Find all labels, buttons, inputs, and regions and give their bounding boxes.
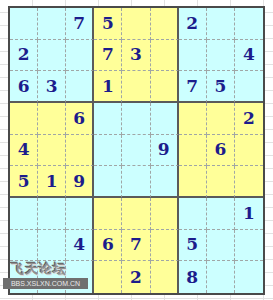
sudoku-cell-r3c7[interactable]: 7 [179, 71, 207, 103]
sudoku-cell-r5c2[interactable] [38, 135, 66, 167]
sudoku-cell-r7c1[interactable] [10, 198, 38, 230]
sudoku-cell-r3c8[interactable]: 5 [207, 71, 235, 103]
sudoku-cell-r2c1[interactable]: 2 [10, 40, 38, 72]
sudoku-cell-r4c4[interactable] [94, 103, 122, 135]
sudoku-cell-r7c8[interactable] [207, 198, 235, 230]
sudoku-cell-r4c5[interactable] [122, 103, 150, 135]
sudoku-cell-r7c4[interactable] [94, 198, 122, 230]
sudoku-cell-r2c4[interactable]: 7 [94, 40, 122, 72]
sudoku-cell-r8c3[interactable]: 4 [66, 230, 94, 262]
sudoku-cell-r6c7[interactable] [179, 166, 207, 198]
sudoku-cell-r3c5[interactable] [122, 71, 150, 103]
watermark-url: BBS.XSLXN.COM.CN [3, 278, 88, 289]
sudoku-cell-r2c2[interactable] [38, 40, 66, 72]
sudoku-cell-r5c4[interactable] [94, 135, 122, 167]
sudoku-cell-r7c5[interactable] [122, 198, 150, 230]
sudoku-cell-r1c3[interactable]: 7 [66, 8, 94, 40]
sudoku-cell-r1c1[interactable] [10, 8, 38, 40]
sudoku-cell-r2c5[interactable]: 3 [122, 40, 150, 72]
sudoku-cell-r3c3[interactable] [66, 71, 94, 103]
sudoku-cell-r9c6[interactable] [151, 261, 179, 293]
sudoku-cell-r4c7[interactable] [179, 103, 207, 135]
sudoku-cell-r6c3[interactable]: 9 [66, 166, 94, 198]
sudoku-cell-r1c4[interactable]: 5 [94, 8, 122, 40]
sudoku-cell-r1c6[interactable] [151, 8, 179, 40]
sudoku-cell-r3c1[interactable]: 6 [10, 71, 38, 103]
sudoku-cell-r5c7[interactable] [179, 135, 207, 167]
sudoku-cell-r4c6[interactable] [151, 103, 179, 135]
sudoku-cell-r4c2[interactable] [38, 103, 66, 135]
sudoku-cell-r9c9[interactable] [235, 261, 263, 293]
watermark-title: 飞天论坛 [11, 260, 71, 278]
sudoku-cell-r9c5[interactable]: 2 [122, 261, 150, 293]
sudoku-cell-r1c2[interactable] [38, 8, 66, 40]
sudoku-cell-r3c6[interactable] [151, 71, 179, 103]
sudoku-cell-r7c3[interactable] [66, 198, 94, 230]
sudoku-cell-r5c8[interactable]: 6 [207, 135, 235, 167]
sudoku-cell-r8c9[interactable] [235, 230, 263, 262]
sudoku-cell-r6c6[interactable] [151, 166, 179, 198]
sudoku-cell-r1c8[interactable] [207, 8, 235, 40]
sudoku-cell-r2c6[interactable] [151, 40, 179, 72]
sudoku-cell-r2c8[interactable] [207, 40, 235, 72]
sudoku-cell-r4c1[interactable] [10, 103, 38, 135]
sudoku-cell-r5c9[interactable] [235, 135, 263, 167]
sudoku-cell-r5c3[interactable] [66, 135, 94, 167]
sudoku-cell-r2c3[interactable] [66, 40, 94, 72]
sudoku-cell-r6c9[interactable] [235, 166, 263, 198]
sudoku-cell-r3c9[interactable] [235, 71, 263, 103]
sudoku-cell-r8c8[interactable] [207, 230, 235, 262]
sudoku-cell-r8c4[interactable]: 6 [94, 230, 122, 262]
sudoku-cell-r4c8[interactable] [207, 103, 235, 135]
sudoku-cell-r7c9[interactable]: 1 [235, 198, 263, 230]
sudoku-cell-r7c2[interactable] [38, 198, 66, 230]
sudoku-cell-r5c6[interactable]: 9 [151, 135, 179, 167]
sudoku-cell-r9c4[interactable] [94, 261, 122, 293]
sudoku-cell-r6c2[interactable]: 1 [38, 166, 66, 198]
sudoku-cell-r7c6[interactable] [151, 198, 179, 230]
sudoku-cell-r6c4[interactable] [94, 166, 122, 198]
sudoku-cell-r1c7[interactable]: 2 [179, 8, 207, 40]
sudoku-cell-r2c7[interactable] [179, 40, 207, 72]
sudoku-cell-r8c6[interactable] [151, 230, 179, 262]
sudoku-cell-r8c7[interactable]: 5 [179, 230, 207, 262]
sudoku-cell-r9c8[interactable] [207, 261, 235, 293]
sudoku-cell-r4c3[interactable]: 6 [66, 103, 94, 135]
sudoku-cell-r1c9[interactable] [235, 8, 263, 40]
sudoku-cell-r5c5[interactable] [122, 135, 150, 167]
sudoku-cell-r7c7[interactable] [179, 198, 207, 230]
sudoku-cell-r8c1[interactable] [10, 230, 38, 262]
sudoku-cell-r6c5[interactable] [122, 166, 150, 198]
sudoku-cell-r3c4[interactable]: 1 [94, 71, 122, 103]
sudoku-cell-r9c7[interactable]: 8 [179, 261, 207, 293]
sudoku-cell-r2c9[interactable]: 4 [235, 40, 263, 72]
sudoku-cell-r5c1[interactable]: 4 [10, 135, 38, 167]
sudoku-cell-r1c5[interactable] [122, 8, 150, 40]
sudoku-board: 752273463175624965191467528 [8, 6, 265, 295]
sudoku-cell-r6c8[interactable] [207, 166, 235, 198]
sudoku-cell-r8c5[interactable]: 7 [122, 230, 150, 262]
sudoku-cell-r8c2[interactable] [38, 230, 66, 262]
sudoku-cell-r4c9[interactable]: 2 [235, 103, 263, 135]
sudoku-cell-r3c2[interactable]: 3 [38, 71, 66, 103]
sudoku-cell-r6c1[interactable]: 5 [10, 166, 38, 198]
spreadsheet-background: 752273463175624965191467528 飞天论坛 BBS.XSL… [0, 0, 273, 300]
